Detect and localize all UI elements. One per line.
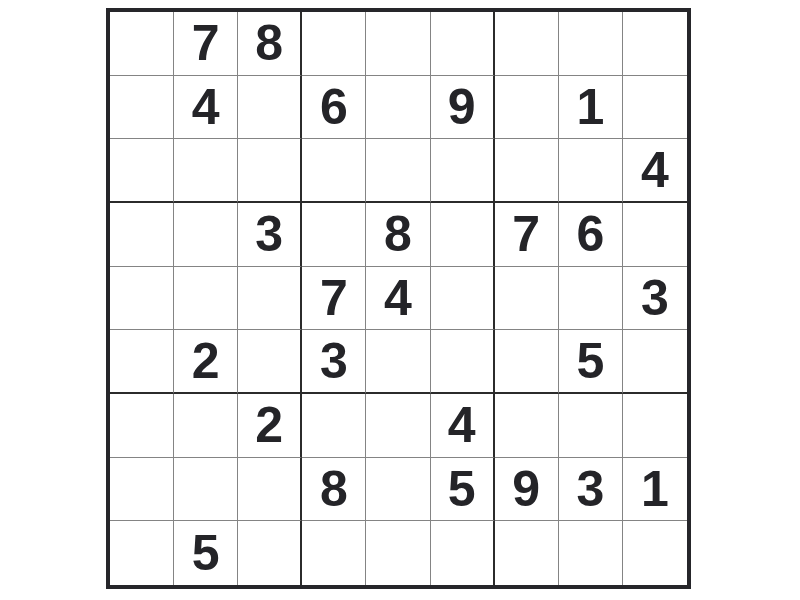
cell-r6c7[interactable] <box>495 330 559 394</box>
cell-r3c8[interactable] <box>559 139 623 203</box>
cell-r1c1[interactable] <box>110 12 174 76</box>
cell-r3c3[interactable] <box>238 139 302 203</box>
cell-r6c6[interactable] <box>431 330 495 394</box>
cell-r1c3: 8 <box>238 12 302 76</box>
cell-r5c2[interactable] <box>174 267 238 331</box>
cell-r5c3[interactable] <box>238 267 302 331</box>
cell-r8c7: 9 <box>495 458 559 522</box>
cell-r7c5[interactable] <box>366 394 430 458</box>
cell-r4c6[interactable] <box>431 203 495 267</box>
cell-r2c4: 6 <box>302 76 366 140</box>
cell-r8c8: 3 <box>559 458 623 522</box>
cell-r4c3: 3 <box>238 203 302 267</box>
cell-r6c2: 2 <box>174 330 238 394</box>
cell-r9c9[interactable] <box>623 521 687 585</box>
cell-r7c7[interactable] <box>495 394 559 458</box>
cell-r1c9[interactable] <box>623 12 687 76</box>
cell-r3c1[interactable] <box>110 139 174 203</box>
cell-r2c8: 1 <box>559 76 623 140</box>
cell-r7c2[interactable] <box>174 394 238 458</box>
cell-r3c4[interactable] <box>302 139 366 203</box>
cell-r2c5[interactable] <box>366 76 430 140</box>
cell-r4c4[interactable] <box>302 203 366 267</box>
cell-r8c1[interactable] <box>110 458 174 522</box>
cell-r5c5: 4 <box>366 267 430 331</box>
cell-r6c3[interactable] <box>238 330 302 394</box>
cell-r9c4[interactable] <box>302 521 366 585</box>
cell-r5c4: 7 <box>302 267 366 331</box>
cell-r9c3[interactable] <box>238 521 302 585</box>
cell-r4c9[interactable] <box>623 203 687 267</box>
cell-r4c5: 8 <box>366 203 430 267</box>
cell-r2c7[interactable] <box>495 76 559 140</box>
cell-r7c9[interactable] <box>623 394 687 458</box>
cell-r8c5[interactable] <box>366 458 430 522</box>
cell-r1c4[interactable] <box>302 12 366 76</box>
cell-r6c5[interactable] <box>366 330 430 394</box>
cell-r5c8[interactable] <box>559 267 623 331</box>
cell-r9c5[interactable] <box>366 521 430 585</box>
cell-r6c8: 5 <box>559 330 623 394</box>
cell-r2c2: 4 <box>174 76 238 140</box>
cell-r3c5[interactable] <box>366 139 430 203</box>
sudoku-board: 7846914387674323524859315 <box>106 8 691 589</box>
cell-r7c1[interactable] <box>110 394 174 458</box>
cell-r1c2: 7 <box>174 12 238 76</box>
cell-r4c2[interactable] <box>174 203 238 267</box>
cell-r2c9[interactable] <box>623 76 687 140</box>
cell-r9c2: 5 <box>174 521 238 585</box>
cell-r7c8[interactable] <box>559 394 623 458</box>
cell-r9c8[interactable] <box>559 521 623 585</box>
cell-r1c8[interactable] <box>559 12 623 76</box>
cell-r3c9: 4 <box>623 139 687 203</box>
cell-r6c1[interactable] <box>110 330 174 394</box>
cell-r4c1[interactable] <box>110 203 174 267</box>
cell-r5c6[interactable] <box>431 267 495 331</box>
cell-r9c1[interactable] <box>110 521 174 585</box>
cell-r5c7[interactable] <box>495 267 559 331</box>
cell-r3c7[interactable] <box>495 139 559 203</box>
cell-r8c2[interactable] <box>174 458 238 522</box>
cell-r3c6[interactable] <box>431 139 495 203</box>
cell-r5c1[interactable] <box>110 267 174 331</box>
cell-r8c9: 1 <box>623 458 687 522</box>
cell-r2c3[interactable] <box>238 76 302 140</box>
cell-r2c6: 9 <box>431 76 495 140</box>
cell-r1c7[interactable] <box>495 12 559 76</box>
cell-r3c2[interactable] <box>174 139 238 203</box>
cell-r9c6[interactable] <box>431 521 495 585</box>
cell-r5c9: 3 <box>623 267 687 331</box>
cell-r9c7[interactable] <box>495 521 559 585</box>
cell-r8c6: 5 <box>431 458 495 522</box>
cell-r4c8: 6 <box>559 203 623 267</box>
cell-r1c6[interactable] <box>431 12 495 76</box>
cell-r6c9[interactable] <box>623 330 687 394</box>
cell-r7c4[interactable] <box>302 394 366 458</box>
page-background: 7846914387674323524859315 <box>0 0 800 600</box>
cell-r7c3: 2 <box>238 394 302 458</box>
cell-r4c7: 7 <box>495 203 559 267</box>
cell-r8c3[interactable] <box>238 458 302 522</box>
cell-r2c1[interactable] <box>110 76 174 140</box>
cell-r7c6: 4 <box>431 394 495 458</box>
cell-r6c4: 3 <box>302 330 366 394</box>
cell-r8c4: 8 <box>302 458 366 522</box>
cell-r1c5[interactable] <box>366 12 430 76</box>
